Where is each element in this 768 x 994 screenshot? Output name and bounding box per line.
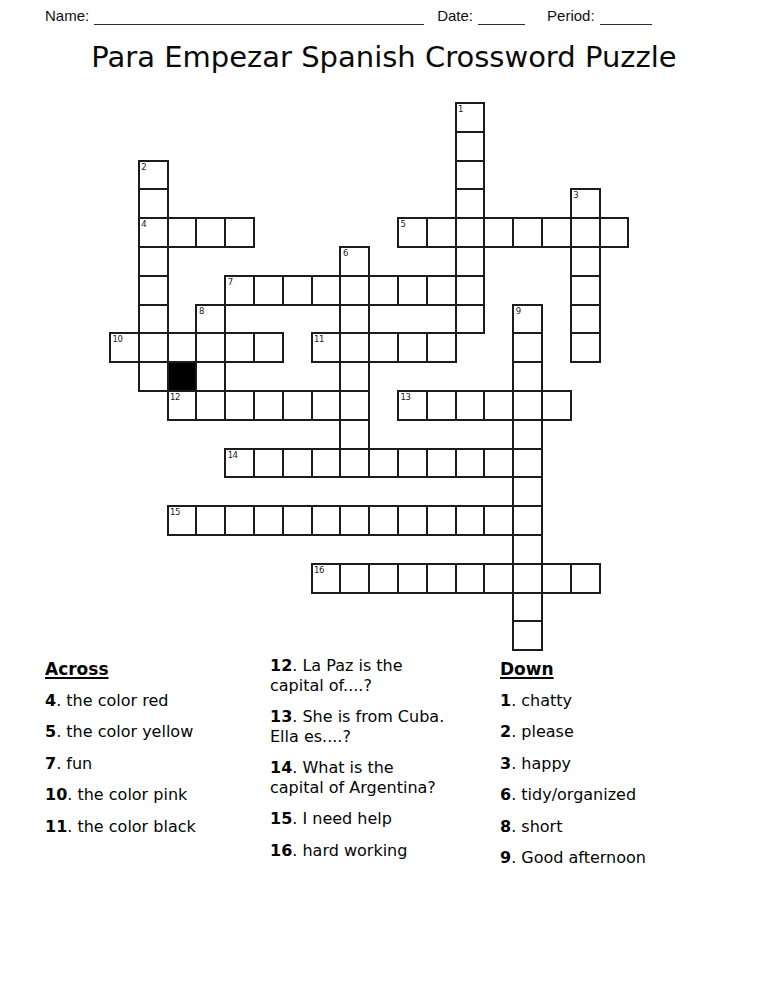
grid-cell[interactable] (138, 304, 169, 335)
grid-cell[interactable] (138, 188, 169, 219)
date-label: Date: (437, 7, 473, 25)
cell-number: 7 (228, 277, 233, 287)
grid-cell[interactable] (512, 505, 543, 536)
grid-cell[interactable] (339, 505, 370, 536)
grid-cell[interactable] (512, 419, 543, 450)
grid-cell[interactable] (512, 448, 543, 479)
grid-cell[interactable] (253, 275, 284, 306)
grid-cell[interactable] (512, 332, 543, 363)
cell-number: 2 (141, 162, 146, 172)
grid-cell[interactable] (311, 505, 342, 536)
grid-cell[interactable]: 2 (138, 160, 169, 191)
clue-text: please (516, 722, 574, 741)
grid-cell[interactable] (512, 592, 543, 623)
grid-cell[interactable] (541, 217, 572, 248)
grid-cell[interactable]: 5 (397, 217, 428, 248)
grid-cell[interactable] (512, 361, 543, 392)
grid-cell[interactable]: 6 (339, 246, 370, 277)
clue-number: 8 (500, 817, 511, 836)
grid-cell[interactable] (570, 563, 601, 594)
grid-cell[interactable] (397, 505, 428, 536)
grid-cell[interactable]: 8 (195, 304, 226, 335)
name-label: Name: (45, 7, 89, 25)
clue-text: the color pink (72, 785, 187, 804)
clue-number: 9 (500, 848, 511, 867)
cell-number: 14 (228, 450, 238, 460)
clue-number: 15 (270, 809, 292, 828)
grid-cell[interactable] (339, 304, 370, 335)
grid-cell[interactable] (282, 448, 313, 479)
grid-cell[interactable] (512, 217, 543, 248)
grid-cell[interactable] (397, 448, 428, 479)
cell-number: 1 (458, 104, 463, 114)
clue-number: 2 (500, 722, 511, 741)
grid-cell[interactable] (512, 563, 543, 594)
across-clues-column-2: 12. La Paz is the capital of....?13. She… (270, 656, 448, 872)
across-clue-list-1: 4. the color red5. the color yellow7. fu… (45, 691, 213, 837)
grid-cell[interactable] (455, 217, 486, 248)
puzzle-title: Para Empezar Spanish Crossword Puzzle (0, 40, 768, 74)
grid-cell[interactable] (483, 563, 514, 594)
clue-text: What is the capital of Argentina? (270, 758, 436, 797)
clue-text: hard working (297, 841, 407, 860)
grid-cell[interactable] (368, 275, 399, 306)
grid-cell[interactable] (455, 160, 486, 191)
cell-number: 6 (343, 248, 348, 258)
worksheet-page: Name: Date: Period: Para Empezar Spanish… (0, 0, 768, 994)
grid-cell[interactable] (311, 275, 342, 306)
grid-cell[interactable] (570, 246, 601, 277)
grid-cell[interactable] (224, 217, 255, 248)
grid-cell[interactable] (426, 332, 457, 363)
grid-cell[interactable] (195, 217, 226, 248)
grid-cell[interactable] (483, 448, 514, 479)
grid-cell[interactable]: 9 (512, 304, 543, 335)
grid-cell[interactable] (570, 304, 601, 335)
period-label: Period: (547, 7, 595, 25)
clue-text: fun (61, 754, 92, 773)
grid-cell[interactable] (426, 390, 457, 421)
grid-cell[interactable] (541, 390, 572, 421)
clue-number: 1 (500, 691, 511, 710)
cell-number: 11 (314, 334, 324, 344)
grid-cell[interactable] (455, 131, 486, 162)
grid-cell[interactable] (339, 563, 370, 594)
grid-cell[interactable] (138, 275, 169, 306)
grid-cell[interactable] (570, 275, 601, 306)
black-cell (167, 361, 198, 392)
grid-cell[interactable]: 15 (167, 505, 198, 536)
grid-cell[interactable]: 14 (224, 448, 255, 479)
grid-cell[interactable] (339, 390, 370, 421)
clue-number: 11 (45, 817, 67, 836)
grid-cell[interactable] (368, 505, 399, 536)
clue-number: 10 (45, 785, 67, 804)
grid-cell[interactable] (570, 332, 601, 363)
down-heading: Down (500, 659, 715, 680)
grid-cell[interactable] (339, 361, 370, 392)
grid-cell[interactable] (426, 563, 457, 594)
cell-number: 8 (199, 306, 204, 316)
clue-number: 5 (45, 722, 56, 741)
grid-cell[interactable] (195, 505, 226, 536)
clue-text: tidy/organized (516, 785, 636, 804)
grid-cell[interactable] (599, 217, 630, 248)
grid-cell[interactable]: 16 (311, 563, 342, 594)
clue-number: 6 (500, 785, 511, 804)
clue-14-across: 14. What is the capital of Argentina? (270, 758, 448, 797)
grid-cell[interactable] (426, 448, 457, 479)
clue-text: She is from Cuba. Ella es....? (270, 707, 444, 746)
clue-text: Good afternoon (516, 848, 646, 867)
grid-cell[interactable] (282, 390, 313, 421)
grid-cell[interactable] (483, 217, 514, 248)
across-heading: Across (45, 659, 213, 680)
cell-number: 5 (401, 219, 406, 229)
grid-cell[interactable]: 4 (138, 217, 169, 248)
grid-cell[interactable] (311, 448, 342, 479)
clue-6-down: 6. tidy/organized (500, 785, 715, 805)
grid-cell[interactable] (455, 246, 486, 277)
cell-number: 10 (113, 334, 123, 344)
clue-text: the color red (61, 691, 168, 710)
grid-cell[interactable] (311, 390, 342, 421)
grid-cell[interactable] (195, 332, 226, 363)
grid-cell[interactable] (195, 390, 226, 421)
grid-cell[interactable] (339, 332, 370, 363)
grid-cell[interactable] (368, 448, 399, 479)
clue-number: 7 (45, 754, 56, 773)
grid-cell[interactable] (224, 390, 255, 421)
clue-4-across: 4. the color red (45, 691, 213, 711)
grid-cell[interactable] (253, 505, 284, 536)
grid-cell[interactable]: 11 (311, 332, 342, 363)
name-blank-line (94, 8, 424, 25)
down-clue-list: 1. chatty2. please3. happy6. tidy/organi… (500, 691, 715, 868)
clue-12-across: 12. La Paz is the capital of....? (270, 656, 448, 695)
grid-cell[interactable] (167, 332, 198, 363)
clue-1-down: 1. chatty (500, 691, 715, 711)
grid-cell[interactable] (541, 563, 572, 594)
grid-cell[interactable] (339, 275, 370, 306)
period-blank-line (600, 8, 652, 25)
clue-number: 13 (270, 707, 292, 726)
grid-cell[interactable] (195, 361, 226, 392)
cell-number: 4 (141, 219, 146, 229)
grid-cell[interactable] (138, 246, 169, 277)
across-clue-list-2: 12. La Paz is the capital of....?13. She… (270, 656, 448, 860)
clue-10-across: 10. the color pink (45, 785, 213, 805)
grid-cell[interactable] (512, 534, 543, 565)
clue-text: chatty (516, 691, 572, 710)
down-clues-column: Down 1. chatty2. please3. happy6. tidy/o… (500, 659, 715, 880)
grid-cell[interactable] (455, 390, 486, 421)
grid-cell[interactable] (512, 476, 543, 507)
grid-cell[interactable] (339, 419, 370, 450)
clue-text: happy (516, 754, 571, 773)
grid-cell[interactable]: 1 (455, 102, 486, 133)
grid-cell[interactable] (455, 304, 486, 335)
clue-number: 4 (45, 691, 56, 710)
grid-cell[interactable] (138, 332, 169, 363)
grid-cell[interactable] (397, 563, 428, 594)
grid-cell[interactable] (426, 275, 457, 306)
grid-cell[interactable] (368, 332, 399, 363)
grid-cell[interactable]: 12 (167, 390, 198, 421)
grid-cell[interactable] (282, 505, 313, 536)
clue-15-across: 15. I need help (270, 809, 448, 829)
grid-cell[interactable] (397, 275, 428, 306)
clue-13-across: 13. She is from Cuba. Ella es....? (270, 707, 448, 746)
grid-cell[interactable] (455, 275, 486, 306)
grid-cell[interactable] (339, 448, 370, 479)
grid-cell[interactable] (253, 332, 284, 363)
grid-cell[interactable]: 3 (570, 188, 601, 219)
grid-cell[interactable] (397, 332, 428, 363)
grid-cell[interactable] (253, 390, 284, 421)
clue-number: 16 (270, 841, 292, 860)
grid-cell[interactable] (570, 217, 601, 248)
grid-cell[interactable] (426, 217, 457, 248)
clue-number: 3 (500, 754, 511, 773)
grid-cell[interactable] (224, 332, 255, 363)
clue-number: 12 (270, 656, 292, 675)
across-clues-column: Across 4. the color red5. the color yell… (45, 659, 213, 848)
grid-cell[interactable] (138, 361, 169, 392)
crossword-grid: 12345678910111213141516 (110, 103, 632, 653)
grid-cell[interactable] (368, 563, 399, 594)
clue-number: 14 (270, 758, 292, 777)
grid-cell[interactable] (455, 448, 486, 479)
grid-cell[interactable] (282, 275, 313, 306)
clue-11-across: 11. the color black (45, 817, 213, 837)
grid-cell[interactable]: 13 (397, 390, 428, 421)
clue-text: the color yellow (61, 722, 193, 741)
grid-cell[interactable] (426, 505, 457, 536)
grid-cell[interactable] (512, 390, 543, 421)
grid-cell[interactable] (455, 563, 486, 594)
clue-2-down: 2. please (500, 722, 715, 742)
clue-8-down: 8. short (500, 817, 715, 837)
clue-9-down: 9. Good afternoon (500, 848, 715, 868)
cell-number: 3 (573, 190, 578, 200)
grid-cell[interactable] (483, 390, 514, 421)
clue-text: the color black (72, 817, 195, 836)
clue-3-down: 3. happy (500, 754, 715, 774)
clue-5-across: 5. the color yellow (45, 722, 213, 742)
grid-cell[interactable]: 10 (109, 332, 140, 363)
clue-16-across: 16. hard working (270, 841, 448, 861)
cell-number: 16 (314, 565, 324, 575)
grid-cell[interactable] (224, 505, 255, 536)
cell-number: 13 (401, 392, 411, 402)
grid-cell[interactable] (167, 217, 198, 248)
worksheet-header: Name: Date: Period: (45, 7, 665, 25)
grid-cell[interactable] (512, 620, 543, 651)
grid-cell[interactable]: 7 (224, 275, 255, 306)
grid-cell[interactable] (455, 188, 486, 219)
grid-cell[interactable] (455, 505, 486, 536)
clue-7-across: 7. fun (45, 754, 213, 774)
clue-text: I need help (297, 809, 392, 828)
cell-number: 12 (170, 392, 180, 402)
clue-text: short (516, 817, 562, 836)
date-blank-line (478, 8, 525, 25)
cell-number: 9 (516, 306, 521, 316)
cell-number: 15 (170, 507, 180, 517)
grid-cell[interactable] (483, 505, 514, 536)
grid-cell[interactable] (253, 448, 284, 479)
